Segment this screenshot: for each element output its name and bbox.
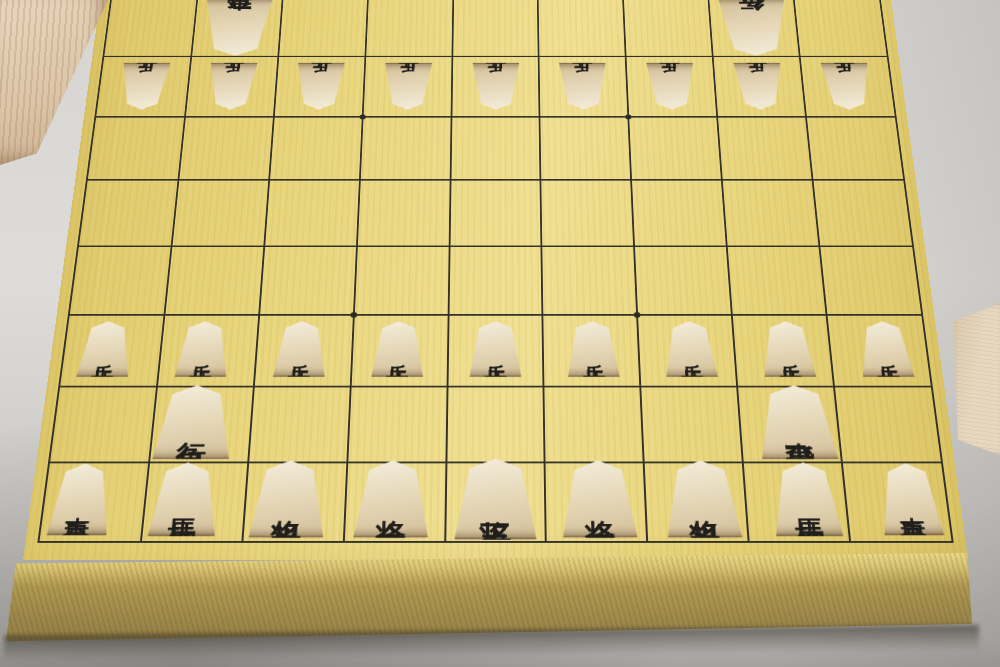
shogi-board: 香車桂馬銀将金将玉将金将銀将桂馬香車飛車角行歩兵歩兵歩兵歩兵歩兵歩兵歩兵歩兵歩兵… [23,0,968,560]
piece-sente-king-5i[interactable]: 王将 [452,459,539,540]
grid-line-horizontal-4 [88,179,904,181]
piece-sente-pawn-4g[interactable]: 歩兵 [565,321,621,377]
board-grid: 香車桂馬銀将金将玉将金将銀将桂馬香車飛車角行歩兵歩兵歩兵歩兵歩兵歩兵歩兵歩兵歩兵… [37,0,953,543]
grid-line-horizontal-3 [96,116,895,117]
grid-line-horizontal-2 [104,56,887,57]
piece-sente-pawn-2g[interactable]: 歩兵 [759,321,818,377]
piece-sente-bishop-8h[interactable]: 角行 [150,385,237,459]
grid-line-horizontal-5 [79,245,912,247]
piece-sente-gold-6i[interactable]: 金将 [351,460,432,538]
star-point-3 [350,312,357,318]
piece-sente-knight-2i[interactable]: 桂馬 [768,462,846,536]
piece-gote-pawn-1c[interactable]: 歩兵 [819,63,875,110]
piece-sente-silver-7i[interactable]: 銀将 [246,460,329,538]
piece-gote-rook-8b[interactable]: 飛車 [199,0,275,56]
piece-gote-pawn-2c[interactable]: 歩兵 [732,63,786,110]
piece-sente-pawn-9g[interactable]: 歩兵 [75,321,136,377]
grid-line-vertical-6 [620,0,648,541]
piece-gote-pawn-6c[interactable]: 歩兵 [382,63,433,110]
piece-sente-knight-8i[interactable]: 桂馬 [145,462,223,536]
piece-sente-rook-2h[interactable]: 飛車 [754,385,841,459]
piece-gote-bishop-2b[interactable]: 角行 [716,0,792,56]
piece-sente-pawn-6g[interactable]: 歩兵 [370,321,426,377]
piece-sente-pawn-7g[interactable]: 歩兵 [271,321,329,377]
piece-gote-pawn-9c[interactable]: 歩兵 [116,63,172,110]
piece-stand-right [946,303,1000,455]
piece-sente-silver-3i[interactable]: 銀将 [662,460,745,538]
grid-line-horizontal-7 [60,386,931,388]
piece-gote-pawn-7c[interactable]: 歩兵 [293,63,346,110]
grid-line-horizontal-6 [70,314,922,316]
piece-gote-pawn-3c[interactable]: 歩兵 [645,63,698,110]
grid-line-vertical-5 [536,0,547,541]
grid-line-vertical-4 [444,0,455,541]
piece-sente-gold-4i[interactable]: 金将 [559,460,640,538]
photo-scene: 香車桂馬銀将金将玉将金将銀将桂馬香車飛車角行歩兵歩兵歩兵歩兵歩兵歩兵歩兵歩兵歩兵… [0,0,1000,667]
star-point-1 [359,114,365,119]
piece-sente-lance-1i[interactable]: 香車 [874,463,946,535]
piece-sente-pawn-3g[interactable]: 歩兵 [662,321,720,377]
piece-sente-lance-9i[interactable]: 香車 [45,463,117,535]
piece-gote-pawn-5c[interactable]: 歩兵 [470,63,520,110]
piece-sente-pawn-8g[interactable]: 歩兵 [173,321,232,377]
piece-sente-pawn-5g[interactable]: 歩兵 [468,321,523,377]
star-point-2 [625,114,631,119]
piece-gote-pawn-4c[interactable]: 歩兵 [558,63,609,110]
piece-gote-pawn-8c[interactable]: 歩兵 [205,63,259,110]
grid-line-vertical-3 [343,0,371,541]
piece-sente-pawn-1g[interactable]: 歩兵 [855,321,916,377]
star-point-4 [634,312,641,318]
